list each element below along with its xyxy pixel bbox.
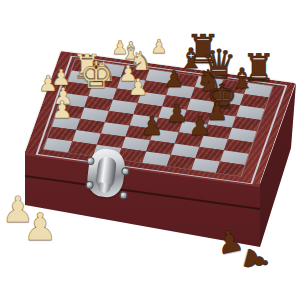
board-square-h1	[216, 162, 245, 177]
chess-piece-black-P-e3[interactable]: ♟	[140, 113, 163, 139]
product-photo-scene: ♟♟♝♜♝♞♜♛♞♟♜♟♟♝♚♟♞♟♟♚♟♟♟♟♟♟♟♟♟	[0, 0, 300, 300]
chess-piece-white-P-a3[interactable]: ♟	[51, 98, 73, 122]
chess-piece-black-P-loose[interactable]: ♟	[238, 243, 274, 277]
chess-piece-white-P-d5[interactable]: ♟	[128, 76, 149, 99]
chess-piece-white-P-e8[interactable]: ♟	[150, 37, 167, 56]
chess-piece-white-P-loose[interactable]: ♟	[23, 208, 57, 246]
chess-piece-black-P-e6[interactable]: ♟	[164, 68, 185, 91]
chess-piece-black-P-f3[interactable]: ♟	[188, 113, 211, 139]
latch-screw	[121, 167, 130, 176]
latch-screw	[119, 191, 128, 200]
latch-clasp	[79, 146, 133, 201]
chess-piece-black-P-f4[interactable]: ♟	[166, 101, 188, 126]
chess-piece-white-K-b5[interactable]: ♚	[79, 57, 112, 94]
